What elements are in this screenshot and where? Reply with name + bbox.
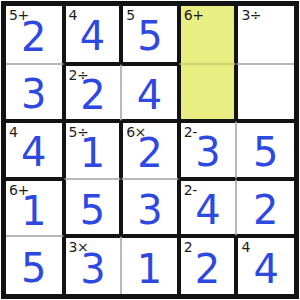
cage-label: 3× (69, 238, 89, 256)
cell-value: 4 (253, 249, 278, 289)
cage-label: 6+ (9, 181, 29, 199)
cell-r0c4[interactable]: 3÷ (236, 6, 294, 64)
kenken-page: 5+244556+3÷32÷24445÷16×22-356+1532-4253×… (0, 0, 300, 300)
cell-r1c2[interactable]: 4 (121, 64, 179, 122)
cell-r3c4[interactable]: 2 (236, 179, 294, 237)
cell-value: 5 (137, 16, 162, 56)
cell-value: 3 (137, 190, 162, 230)
cell-r4c0[interactable]: 5 (6, 236, 64, 294)
cage-label: 2- (184, 181, 197, 199)
cell-r1c4[interactable] (236, 64, 294, 122)
cage-label: 2- (184, 123, 197, 141)
cell-r3c1[interactable]: 5 (64, 179, 122, 237)
cell-r0c1[interactable]: 44 (64, 6, 122, 64)
cell-value: 4 (137, 75, 162, 115)
cell-value: 3 (195, 132, 220, 172)
cell-r3c0[interactable]: 6+1 (6, 179, 64, 237)
kenken-board: 5+244556+3÷32÷24445÷16×22-356+1532-4253×… (1, 1, 299, 299)
cage-label: 2÷ (69, 66, 89, 84)
cell-r2c2[interactable]: 6×2 (121, 121, 179, 179)
cell-r1c3[interactable] (179, 64, 237, 122)
cell-value: 3 (21, 74, 46, 114)
cell-r0c0[interactable]: 5+2 (6, 6, 64, 64)
cell-value: 5 (21, 248, 46, 288)
cell-value: 2 (195, 249, 220, 289)
cage-label: 6× (126, 123, 146, 141)
cell-value: 4 (21, 132, 46, 172)
cell-value: 5 (80, 190, 105, 230)
cell-r3c3[interactable]: 2-4 (179, 179, 237, 237)
cage-label: 2 (184, 238, 192, 256)
cell-r4c3[interactable]: 22 (179, 236, 237, 294)
cell-r1c1[interactable]: 2÷2 (64, 64, 122, 122)
cage-label: 3÷ (241, 6, 261, 24)
cage-label: 6+ (184, 6, 204, 24)
cage-label: 5 (126, 6, 134, 24)
cell-value: 4 (80, 16, 105, 56)
cell-r4c1[interactable]: 3×3 (64, 236, 122, 294)
cage-label: 5÷ (69, 123, 89, 141)
cell-r0c3[interactable]: 6+ (179, 6, 237, 64)
cage-label: 5+ (9, 6, 29, 24)
cell-r2c4[interactable]: 5 (236, 121, 294, 179)
cage-label: 4 (241, 238, 249, 256)
cell-value: 4 (195, 190, 220, 230)
cell-value: 2 (253, 190, 278, 230)
cell-r2c0[interactable]: 44 (6, 121, 64, 179)
cage-label: 4 (69, 6, 77, 24)
cell-r1c0[interactable]: 3 (6, 64, 64, 122)
cell-r0c2[interactable]: 55 (121, 6, 179, 64)
cage-label: 4 (9, 123, 17, 141)
cell-r3c2[interactable]: 3 (121, 179, 179, 237)
cell-value: 5 (253, 132, 278, 172)
cell-value: 1 (137, 249, 162, 289)
cell-r4c2[interactable]: 1 (121, 236, 179, 294)
cell-r2c3[interactable]: 2-3 (179, 121, 237, 179)
cell-r4c4[interactable]: 44 (236, 236, 294, 294)
cell-r2c1[interactable]: 5÷1 (64, 121, 122, 179)
